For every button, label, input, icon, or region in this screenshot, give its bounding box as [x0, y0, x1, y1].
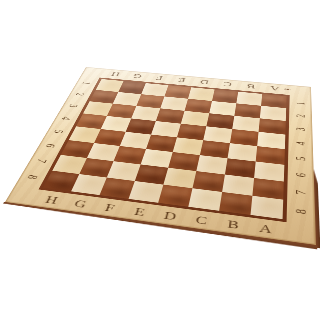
rank-right-label-8: 8: [285, 201, 318, 222]
rank-right-label-6: 6: [286, 166, 316, 184]
product-photo: HGFEDCBA HGFEDCBA 12345678 12345678 ❧: [0, 0, 320, 320]
file-top-label-c: C: [215, 79, 240, 91]
rank-right-label-3: 3: [287, 122, 314, 137]
maker-logo-icon: ❧: [279, 85, 296, 94]
square-d8: [158, 185, 192, 207]
rank-right-label-4: 4: [287, 136, 315, 152]
rank-right-label-2: 2: [287, 109, 313, 123]
rank-right-label-5: 5: [286, 150, 315, 167]
file-top-label-d: D: [192, 77, 217, 88]
file-top-label-b: B: [238, 81, 263, 93]
square-c8: [188, 188, 222, 211]
square-b8: [219, 192, 252, 215]
chess-board: HGFEDCBA HGFEDCBA 12345678 12345678 ❧: [5, 67, 316, 245]
file-top-label-e: E: [169, 75, 195, 86]
rank-labels-right: 12345678: [287, 96, 316, 223]
square-a8: [251, 196, 284, 219]
rank-right-label-7: 7: [285, 183, 316, 203]
rank-right-label-1: 1: [288, 97, 314, 110]
